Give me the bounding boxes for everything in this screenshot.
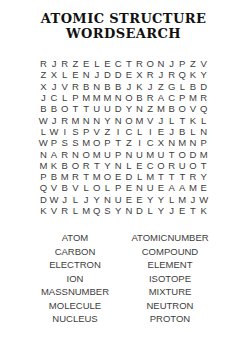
grid-cell[interactable]: U [113,194,124,205]
grid-cell[interactable]: A [156,92,167,103]
grid-cell[interactable]: O [91,182,102,193]
grid-cell[interactable]: O [145,58,156,69]
grid-cell[interactable]: O [177,148,188,159]
grid-cell[interactable]: P [49,137,60,148]
grid-cell[interactable]: J [156,114,167,125]
grid-cell[interactable]: T [166,171,177,182]
grid-cell[interactable]: R [59,58,70,69]
grid-cell[interactable]: Z [156,81,167,92]
grid-cell[interactable]: L [198,114,209,125]
grid-cell[interactable]: R [59,205,70,216]
grid-cell[interactable]: V [49,205,60,216]
grid-cell[interactable]: W [38,137,49,148]
grid-cell[interactable]: R [166,160,177,171]
grid-cell[interactable]: V [198,58,209,69]
grid-cell[interactable]: M [145,148,156,159]
grid-cell[interactable]: K [198,205,209,216]
word-item: ELEMENT [110,258,230,272]
grid-cell[interactable]: K [49,160,60,171]
grid-cell[interactable]: J [91,69,102,80]
grid-cell[interactable]: I [145,126,156,137]
grid-cell[interactable]: O [70,160,81,171]
grid-cell[interactable]: D [113,103,124,114]
grid-cell[interactable]: M [156,103,167,114]
grid-cell[interactable]: J [59,194,70,205]
grid-cell[interactable]: Y [124,103,135,114]
grid-cell[interactable]: P [198,137,209,148]
grid-cell[interactable]: Q [38,182,49,193]
grid-cell[interactable]: M [81,205,92,216]
grid-cell[interactable]: D [38,194,49,205]
grid-cell[interactable]: N [124,205,135,216]
grid-cell[interactable]: Y [145,194,156,205]
grid-cell[interactable]: M [188,92,199,103]
title-line-1: ATOMIC STRUCTURE [0,11,247,26]
grid-cell[interactable]: W [49,126,60,137]
grid-cell[interactable]: N [124,148,135,159]
grid-cell[interactable]: K [188,114,199,125]
grid-cell[interactable]: N [81,69,92,80]
grid-cell[interactable]: P [102,137,113,148]
grid-cell[interactable]: J [166,205,177,216]
grid-cell[interactable]: C [124,126,135,137]
grid-cell[interactable]: Z [70,58,81,69]
grid-cell[interactable]: T [81,171,92,182]
grid-cell[interactable]: X [134,69,145,80]
grid-cell[interactable]: E [177,205,188,216]
grid-cell[interactable]: O [81,148,92,159]
grid-cell[interactable]: J [124,81,135,92]
grid-cell[interactable]: B [113,81,124,92]
grid-cell[interactable]: J [38,92,49,103]
grid-cell[interactable]: O [59,103,70,114]
grid-cell[interactable]: U [134,148,145,159]
grid-cell[interactable]: M [145,171,156,182]
grid-cell[interactable]: E [81,58,92,69]
grid-cell[interactable]: L [177,81,188,92]
grid-cell[interactable]: X [38,81,49,92]
word-item: MIXTURE [110,285,230,299]
grid-cell[interactable]: E [198,182,209,193]
grid-cell[interactable]: N [113,160,124,171]
grid-cell[interactable]: M [177,194,188,205]
grid-cell[interactable]: M [38,160,49,171]
grid-cell[interactable]: E [124,182,135,193]
grid-cell[interactable]: O [188,160,199,171]
grid-cell[interactable]: A [177,182,188,193]
grid-cell[interactable]: U [102,148,113,159]
grid-cell[interactable]: Y [198,171,209,182]
grid-cell[interactable]: Y [156,205,167,216]
grid-cell[interactable]: E [113,171,124,182]
grid-cell[interactable]: J [166,58,177,69]
grid-cell[interactable]: O [91,137,102,148]
grid-cell[interactable]: R [198,92,209,103]
grid-cell[interactable]: L [124,160,135,171]
grid-cell[interactable]: E [70,69,81,80]
grid-cell[interactable]: N [198,126,209,137]
grid-cell[interactable]: J [49,114,60,125]
grid-cell[interactable]: M [91,92,102,103]
grid-cell[interactable]: N [102,194,113,205]
grid-cell[interactable]: R [145,92,156,103]
grid-cell[interactable]: Y [102,160,113,171]
grid-cell[interactable]: X [156,137,167,148]
grid-cell[interactable]: B [166,103,177,114]
grid-cell[interactable]: B [59,182,70,193]
grid-cell[interactable]: K [38,205,49,216]
grid-cell[interactable]: E [102,58,113,69]
grid-cell[interactable]: P [177,92,188,103]
grid-cell[interactable]: D [124,171,135,182]
grid-cell[interactable]: E [124,194,135,205]
grid-cell[interactable]: N [91,114,102,125]
grid-cell[interactable]: V [188,103,199,114]
grid-cell[interactable]: N [38,148,49,159]
grid-cell[interactable]: C [113,58,124,69]
grid-cell[interactable]: E [134,194,145,205]
grid-cell[interactable]: Y [91,194,102,205]
grid-cell[interactable]: J [156,69,167,80]
grid-cell[interactable]: V [70,182,81,193]
grid-cell[interactable]: B [81,81,92,92]
grid-cell[interactable]: D [198,81,209,92]
grid-cell[interactable]: R [81,160,92,171]
grid-cell[interactable]: D [113,69,124,80]
grid-cell[interactable]: P [38,171,49,182]
grid-cell[interactable]: R [70,81,81,92]
grid-cell[interactable]: Z [102,126,113,137]
grid-cell[interactable]: T [198,160,209,171]
grid-cell[interactable]: T [188,205,199,216]
grid-cell[interactable]: J [49,81,60,92]
grid-cell[interactable]: N [188,137,199,148]
grid-cell[interactable]: N [70,148,81,159]
grid-cell[interactable]: L [81,182,92,193]
grid-cell[interactable]: T [81,103,92,114]
grid-cell[interactable]: T [177,171,188,182]
grid-cell[interactable]: L [59,92,70,103]
grid-cell[interactable]: Y [198,69,209,80]
grid-cell[interactable]: R [134,58,145,69]
grid-cell[interactable]: W [49,194,60,205]
grid-cell[interactable]: O [124,92,135,103]
grid-cell[interactable]: T [166,148,177,159]
grid-cell[interactable]: K [188,69,199,80]
grid-cell[interactable]: N [166,137,177,148]
grid-cell[interactable]: N [81,114,92,125]
grid-cell[interactable]: L [70,194,81,205]
grid-cell[interactable]: L [59,69,70,80]
page-title: ATOMIC STRUCTURE WORDSEARCH [0,11,247,41]
grid-cell[interactable]: J [145,81,156,92]
grid-cell[interactable]: A [166,182,177,193]
grid-cell[interactable]: B [177,126,188,137]
grid-cell[interactable]: L [102,182,113,193]
grid-cell[interactable]: M [70,114,81,125]
grid-cell[interactable]: L [134,126,145,137]
grid-cell[interactable]: R [38,58,49,69]
grid-cell[interactable]: D [134,205,145,216]
grid-cell[interactable]: U [145,182,156,193]
grid-cell[interactable]: W [198,194,209,205]
grid-cell[interactable]: V [145,114,156,125]
grid-cell[interactable]: Q [177,69,188,80]
grid-cell[interactable]: D [102,69,113,80]
grid-cell[interactable]: I [113,126,124,137]
grid-cell[interactable]: B [188,81,199,92]
grid-cell[interactable]: V [49,182,60,193]
grid-cell[interactable]: Z [188,58,199,69]
grid-cell[interactable]: K [134,81,145,92]
grid-cell[interactable]: R [145,69,156,80]
grid-cell[interactable]: M [59,171,70,182]
grid-cell[interactable]: N [134,103,145,114]
wordsearch-grid: RJRZELECTRONJPZVZXLENJDDEXRJRQKYXJVRBNBB… [38,58,209,216]
grid-cell[interactable]: M [81,92,92,103]
word-item: ATOMICNUMBER [110,231,230,245]
grid-cell[interactable]: R [188,171,199,182]
grid-cell[interactable]: L [166,114,177,125]
grid-cell[interactable]: L [166,194,177,205]
grid-cell[interactable]: P [70,92,81,103]
grid-cell[interactable]: C [145,160,156,171]
grid-cell[interactable]: R [166,69,177,80]
grid-cell[interactable]: B [49,171,60,182]
grid-cell[interactable]: T [156,171,167,182]
grid-cell[interactable]: N [91,81,102,92]
grid-cell[interactable]: C [166,92,177,103]
grid-cell[interactable]: L [38,126,49,137]
grid-cell[interactable]: J [81,194,92,205]
grid-cell[interactable]: N [113,114,124,125]
grid-cell[interactable]: T [124,58,135,69]
grid-cell[interactable]: C [49,92,60,103]
grid-cell[interactable]: I [59,126,70,137]
word-item: PROTON [110,312,230,326]
grid-cell[interactable]: E [124,69,135,80]
grid-cell[interactable]: B [49,103,60,114]
grid-cell[interactable]: P [81,126,92,137]
title-line-2: WORDSEARCH [0,26,247,41]
grid-cell[interactable]: A [49,148,60,159]
grid-cell[interactable]: Y [113,205,124,216]
grid-cell[interactable]: U [177,160,188,171]
word-item: ISOTOPE [110,272,230,286]
grid-cell[interactable]: R [59,148,70,159]
grid-cell[interactable]: T [70,103,81,114]
grid-cell[interactable]: O [124,114,135,125]
grid-cell[interactable]: S [102,205,113,216]
grid-cell[interactable]: B [102,81,113,92]
grid-cell[interactable]: M [188,182,199,193]
grid-cell[interactable]: V [59,81,70,92]
grid-cell[interactable]: I [134,137,145,148]
grid-cell[interactable]: L [91,58,102,69]
grid-cell[interactable]: M [102,92,113,103]
grid-cell[interactable]: D [188,148,199,159]
grid-cell[interactable]: M [91,171,102,182]
grid-cell[interactable]: G [166,81,177,92]
grid-cell[interactable]: B [134,92,145,103]
grid-cell[interactable]: T [91,160,102,171]
word-item: COMPOUND [110,245,230,259]
grid-cell[interactable]: R [70,171,81,182]
grid-cell[interactable]: Q [91,205,102,216]
grid-cell[interactable]: Y [156,194,167,205]
grid-cell[interactable]: O [177,103,188,114]
grid-cell[interactable]: T [113,137,124,148]
grid-cell[interactable]: Z [145,103,156,114]
grid-cell[interactable]: U [91,103,102,114]
grid-cell[interactable]: O [156,160,167,171]
grid-cell[interactable]: J [49,58,60,69]
grid-cell[interactable]: U [102,103,113,114]
grid-cell[interactable]: M [134,114,145,125]
grid-cell[interactable]: J [166,126,177,137]
grid-cell[interactable]: J [188,194,199,205]
grid-cell[interactable]: U [156,148,167,159]
grid-cell[interactable]: M [91,148,102,159]
grid-cell[interactable]: B [59,160,70,171]
word-list-right: ATOMICNUMBERCOMPOUNDELEMENTISOTOPEMIXTUR… [110,231,230,326]
grid-cell[interactable]: M [198,148,209,159]
grid-cell[interactable]: M [177,137,188,148]
grid-cell[interactable]: Y [102,114,113,125]
grid-cell[interactable]: P [177,58,188,69]
grid-cell[interactable]: S [70,137,81,148]
grid-cell[interactable]: L [134,171,145,182]
grid-cell[interactable]: C [145,137,156,148]
grid-cell[interactable]: P [113,182,124,193]
grid-cell[interactable]: X [49,69,60,80]
grid-cell[interactable]: L [188,126,199,137]
grid-cell[interactable]: Z [124,137,135,148]
grid-cell[interactable]: E [156,126,167,137]
grid-cell[interactable]: L [145,205,156,216]
grid-cell[interactable]: W [38,114,49,125]
grid-cell[interactable]: E [156,182,167,193]
grid-cell[interactable]: L [70,205,81,216]
grid-cell[interactable]: N [113,92,124,103]
grid-cell[interactable]: S [59,137,70,148]
grid-cell[interactable]: R [59,114,70,125]
grid-cell[interactable]: Q [198,103,209,114]
grid-cell[interactable]: O [102,171,113,182]
grid-cell[interactable]: N [156,58,167,69]
word-item: NEUTRON [110,299,230,313]
grid-cell[interactable]: N [134,182,145,193]
grid-cell[interactable]: B [38,103,49,114]
grid-cell[interactable]: Z [38,69,49,80]
grid-cell[interactable]: T [177,114,188,125]
grid-cell[interactable]: E [134,160,145,171]
grid-cell[interactable]: S [70,126,81,137]
grid-cell[interactable]: M [81,137,92,148]
grid-cell[interactable]: V [91,126,102,137]
grid-cell[interactable]: P [113,148,124,159]
